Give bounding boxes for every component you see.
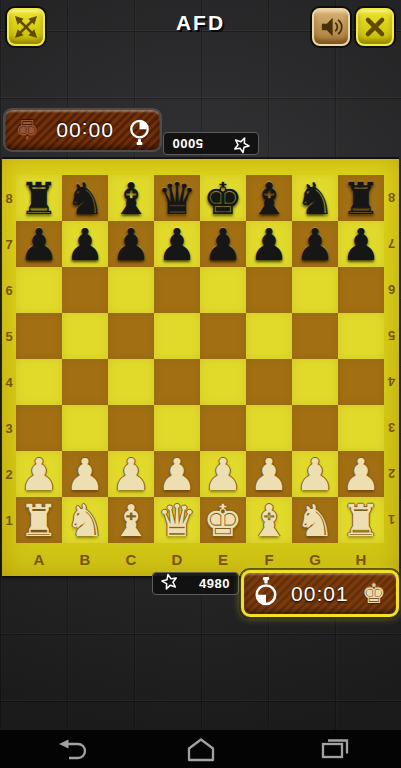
square-h8[interactable]: ♜	[338, 175, 384, 221]
square-d1[interactable]: ♛	[154, 497, 200, 543]
square-d8[interactable]: ♛	[154, 175, 200, 221]
star-icon	[161, 573, 178, 594]
black-score-badge: 5000	[163, 132, 259, 155]
board-corner	[2, 159, 16, 175]
piece-black-rook[interactable]: ♜	[16, 176, 62, 222]
square-g8[interactable]: ♞	[292, 175, 338, 221]
square-f3[interactable]	[246, 405, 292, 451]
piece-black-queen[interactable]: ♛	[154, 176, 200, 222]
square-b5[interactable]	[62, 313, 108, 359]
rank-label-right-5: 5	[384, 313, 399, 359]
piece-white-knight[interactable]: ♞	[62, 498, 108, 544]
black-clock-panel: 00:00 ♚	[3, 108, 162, 152]
square-f1[interactable]: ♝	[246, 497, 292, 543]
black-king-icon: ♚	[15, 117, 39, 144]
black-score-value: 5000	[172, 136, 226, 151]
rank-label-right-3: 3	[384, 405, 399, 451]
square-g3[interactable]	[292, 405, 338, 451]
square-f8[interactable]: ♝	[246, 175, 292, 221]
square-g4[interactable]	[292, 359, 338, 405]
piece-black-bishop[interactable]: ♝	[108, 176, 154, 222]
square-h1[interactable]: ♜	[338, 497, 384, 543]
square-a2[interactable]: ♟	[16, 451, 62, 497]
recents-icon[interactable]	[318, 735, 352, 763]
square-h3[interactable]	[338, 405, 384, 451]
square-c2[interactable]: ♟	[108, 451, 154, 497]
square-h2[interactable]: ♟	[338, 451, 384, 497]
white-king-icon: ♚	[362, 580, 386, 607]
square-c5[interactable]	[108, 313, 154, 359]
piece-black-pawn[interactable]: ♟	[16, 222, 62, 268]
square-f7[interactable]: ♟	[246, 221, 292, 267]
piece-black-bishop[interactable]: ♝	[246, 176, 292, 222]
back-icon[interactable]	[53, 735, 87, 763]
piece-black-knight[interactable]: ♞	[62, 176, 108, 222]
square-f5[interactable]	[246, 313, 292, 359]
rank-label-left-6: 6	[2, 267, 16, 313]
piece-black-pawn[interactable]: ♟	[292, 222, 338, 268]
square-h7[interactable]: ♟	[338, 221, 384, 267]
square-e2[interactable]: ♟	[200, 451, 246, 497]
rank-label-left-7: 7	[2, 221, 16, 267]
square-c6[interactable]	[108, 267, 154, 313]
rank-label-right-6: 6	[384, 267, 399, 313]
expand-button[interactable]	[7, 8, 45, 46]
piece-black-knight[interactable]: ♞	[292, 176, 338, 222]
square-e7[interactable]: ♟	[200, 221, 246, 267]
piece-black-pawn[interactable]: ♟	[338, 222, 384, 268]
piece-white-bishop[interactable]: ♝	[108, 498, 154, 544]
piece-black-king[interactable]: ♚	[200, 176, 246, 222]
piece-white-pawn[interactable]: ♟	[292, 452, 338, 498]
stopwatch-icon	[129, 115, 150, 145]
square-e3[interactable]	[200, 405, 246, 451]
piece-black-pawn[interactable]: ♟	[246, 222, 292, 268]
rank-label-right-8: 8	[384, 175, 399, 221]
piece-white-rook[interactable]: ♜	[16, 498, 62, 544]
black-clock-time: 00:00	[39, 118, 129, 142]
file-label-b: B	[62, 543, 108, 576]
rank-label-right-7: 7	[384, 221, 399, 267]
square-b1[interactable]: ♞	[62, 497, 108, 543]
rank-label-right-4: 4	[384, 359, 399, 405]
rank-label-left-3: 3	[2, 405, 16, 451]
rank-label-right-1: 1	[384, 497, 399, 543]
piece-white-pawn[interactable]: ♟	[154, 452, 200, 498]
piece-black-pawn[interactable]: ♟	[200, 222, 246, 268]
square-d7[interactable]: ♟	[154, 221, 200, 267]
sound-button[interactable]	[312, 8, 350, 46]
square-c8[interactable]: ♝	[108, 175, 154, 221]
square-d3[interactable]	[154, 405, 200, 451]
square-g5[interactable]	[292, 313, 338, 359]
square-e6[interactable]	[200, 267, 246, 313]
piece-black-rook[interactable]: ♜	[338, 176, 384, 222]
square-a4[interactable]	[16, 359, 62, 405]
rank-label-right-2: 2	[384, 451, 399, 497]
expand-arrows-icon	[11, 12, 41, 42]
square-c3[interactable]	[108, 405, 154, 451]
square-a6[interactable]	[16, 267, 62, 313]
square-h5[interactable]	[338, 313, 384, 359]
square-c4[interactable]	[108, 359, 154, 405]
square-d6[interactable]	[154, 267, 200, 313]
rank-label-left-1: 1	[2, 497, 16, 543]
board-corner	[384, 159, 399, 175]
file-label-c: C	[108, 543, 154, 576]
file-label-a: A	[16, 543, 62, 576]
white-clock-panel: 00:01 ♚	[241, 570, 399, 617]
square-c1[interactable]: ♝	[108, 497, 154, 543]
white-score-value: 4980	[185, 576, 230, 591]
square-g7[interactable]: ♟	[292, 221, 338, 267]
close-button[interactable]	[356, 8, 394, 46]
white-clock-time: 00:01	[278, 582, 362, 606]
piece-white-queen[interactable]: ♛	[154, 498, 200, 544]
square-b8[interactable]: ♞	[62, 175, 108, 221]
close-x-icon	[360, 12, 390, 42]
chess-app-screen: AFD	[0, 0, 401, 768]
square-g2[interactable]: ♟	[292, 451, 338, 497]
square-a5[interactable]	[16, 313, 62, 359]
piece-white-pawn[interactable]: ♟	[338, 452, 384, 498]
android-navbar	[0, 730, 401, 768]
piece-black-pawn[interactable]: ♟	[62, 222, 108, 268]
square-b6[interactable]	[62, 267, 108, 313]
rank-label-left-8: 8	[2, 175, 16, 221]
square-a8[interactable]: ♜	[16, 175, 62, 221]
rank-label-left-5: 5	[2, 313, 16, 359]
piece-white-knight[interactable]: ♞	[292, 498, 338, 544]
square-g6[interactable]	[292, 267, 338, 313]
piece-white-king[interactable]: ♚	[200, 498, 246, 544]
square-a3[interactable]	[16, 405, 62, 451]
square-c7[interactable]: ♟	[108, 221, 154, 267]
piece-black-pawn[interactable]: ♟	[108, 222, 154, 268]
square-d5[interactable]	[154, 313, 200, 359]
square-h4[interactable]	[338, 359, 384, 405]
square-e1[interactable]: ♚	[200, 497, 246, 543]
square-f2[interactable]: ♟	[246, 451, 292, 497]
stopwatch-icon	[254, 577, 278, 610]
square-b2[interactable]: ♟	[62, 451, 108, 497]
square-h6[interactable]	[338, 267, 384, 313]
square-e4[interactable]	[200, 359, 246, 405]
white-score-badge: 4980	[152, 572, 239, 595]
piece-white-pawn[interactable]: ♟	[246, 452, 292, 498]
square-g1[interactable]: ♞	[292, 497, 338, 543]
home-icon[interactable]	[184, 735, 218, 763]
square-f6[interactable]	[246, 267, 292, 313]
piece-white-rook[interactable]: ♜	[338, 498, 384, 544]
board-corner	[2, 543, 16, 576]
square-e5[interactable]	[200, 313, 246, 359]
rank-label-left-2: 2	[2, 451, 16, 497]
piece-black-pawn[interactable]: ♟	[154, 222, 200, 268]
square-a1[interactable]: ♜	[16, 497, 62, 543]
square-b4[interactable]	[62, 359, 108, 405]
piece-white-pawn[interactable]: ♟	[16, 452, 62, 498]
square-d4[interactable]	[154, 359, 200, 405]
star-icon	[233, 133, 250, 154]
square-a7[interactable]: ♟	[16, 221, 62, 267]
square-e8[interactable]: ♚	[200, 175, 246, 221]
rank-label-left-4: 4	[2, 359, 16, 405]
piece-white-bishop[interactable]: ♝	[246, 498, 292, 544]
square-d2[interactable]: ♟	[154, 451, 200, 497]
piece-white-pawn[interactable]: ♟	[62, 452, 108, 498]
square-f4[interactable]	[246, 359, 292, 405]
chess-board: 8♜♞♝♛♚♝♞♜87♟♟♟♟♟♟♟♟7665544332♟♟♟♟♟♟♟♟21♜…	[2, 159, 399, 576]
square-b3[interactable]	[62, 405, 108, 451]
piece-white-pawn[interactable]: ♟	[108, 452, 154, 498]
square-b7[interactable]: ♟	[62, 221, 108, 267]
speaker-icon	[316, 12, 346, 42]
piece-white-pawn[interactable]: ♟	[200, 452, 246, 498]
